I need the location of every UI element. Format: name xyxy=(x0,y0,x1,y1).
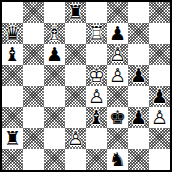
square-g5[interactable]: ♟ xyxy=(128,65,149,86)
square-h1[interactable] xyxy=(149,149,170,170)
black-bishop-e3[interactable]: ♝ xyxy=(86,107,107,128)
square-g7[interactable] xyxy=(128,23,149,44)
square-a1[interactable] xyxy=(2,149,23,170)
chess-board: ♜♛♝♗♜♖♟♝♟♟♙♚♔♟♙♟♟♙♟♝♚♟♟♙♜♟♙♞ xyxy=(0,0,172,172)
square-h2[interactable] xyxy=(149,128,170,149)
square-f6[interactable]: ♟♙ xyxy=(107,44,128,65)
square-g4[interactable] xyxy=(128,86,149,107)
square-c6[interactable]: ♟ xyxy=(44,44,65,65)
square-f7[interactable]: ♟ xyxy=(107,23,128,44)
black-bishop-a6[interactable]: ♝ xyxy=(2,44,23,65)
black-piece-glyph: ♝ xyxy=(2,44,23,65)
black-piece-glyph: ♝ xyxy=(86,107,107,128)
black-piece-glyph: ♟ xyxy=(44,44,65,65)
white-piece-outline: ♙ xyxy=(107,44,128,65)
square-a5[interactable] xyxy=(2,65,23,86)
white-piece-outline: ♗ xyxy=(44,23,65,44)
black-piece-glyph: ♟ xyxy=(149,86,170,107)
square-f3[interactable]: ♚ xyxy=(107,107,128,128)
square-c1[interactable] xyxy=(44,149,65,170)
white-pawn-h3[interactable]: ♟♙ xyxy=(149,107,170,128)
square-h3[interactable]: ♟♙ xyxy=(149,107,170,128)
white-pawn-f5[interactable]: ♟♙ xyxy=(107,65,128,86)
square-h8[interactable] xyxy=(149,2,170,23)
black-rook-a2[interactable]: ♜ xyxy=(2,128,23,149)
square-e8[interactable] xyxy=(86,2,107,23)
white-pawn-d2[interactable]: ♟♙ xyxy=(65,128,86,149)
black-piece-glyph: ♞ xyxy=(107,149,128,170)
black-piece-glyph: ♟ xyxy=(128,65,149,86)
square-a6[interactable]: ♝ xyxy=(2,44,23,65)
square-d6[interactable] xyxy=(65,44,86,65)
square-d4[interactable] xyxy=(65,86,86,107)
square-a8[interactable] xyxy=(2,2,23,23)
square-d8[interactable]: ♜ xyxy=(65,2,86,23)
square-d5[interactable] xyxy=(65,65,86,86)
square-c8[interactable] xyxy=(44,2,65,23)
square-h7[interactable] xyxy=(149,23,170,44)
white-piece-outline: ♔ xyxy=(86,65,107,86)
black-piece-glyph: ♟ xyxy=(107,23,128,44)
white-piece-outline: ♙ xyxy=(107,65,128,86)
square-c7[interactable]: ♝♗ xyxy=(44,23,65,44)
square-b4[interactable] xyxy=(23,86,44,107)
square-e1[interactable] xyxy=(86,149,107,170)
black-knight-f1[interactable]: ♞ xyxy=(107,149,128,170)
square-e5[interactable]: ♚♔ xyxy=(86,65,107,86)
square-b2[interactable] xyxy=(23,128,44,149)
square-a4[interactable] xyxy=(2,86,23,107)
black-piece-glyph: ♛ xyxy=(2,23,23,44)
black-piece-glyph: ♚ xyxy=(107,107,128,128)
square-a2[interactable]: ♜ xyxy=(2,128,23,149)
square-f2[interactable] xyxy=(107,128,128,149)
black-pawn-g5[interactable]: ♟ xyxy=(128,65,149,86)
white-bishop-c7[interactable]: ♝♗ xyxy=(44,23,65,44)
square-b1[interactable] xyxy=(23,149,44,170)
square-c2[interactable] xyxy=(44,128,65,149)
square-d1[interactable] xyxy=(65,149,86,170)
black-piece-glyph: ♜ xyxy=(65,2,86,23)
square-g2[interactable] xyxy=(128,128,149,149)
square-g3[interactable]: ♟ xyxy=(128,107,149,128)
black-pawn-c6[interactable]: ♟ xyxy=(44,44,65,65)
square-b8[interactable] xyxy=(23,2,44,23)
square-d7[interactable] xyxy=(65,23,86,44)
white-piece-outline: ♙ xyxy=(65,128,86,149)
black-pawn-f7[interactable]: ♟ xyxy=(107,23,128,44)
white-king-e5[interactable]: ♚♔ xyxy=(86,65,107,86)
white-pawn-e4[interactable]: ♟♙ xyxy=(86,86,107,107)
square-f1[interactable]: ♞ xyxy=(107,149,128,170)
square-h4[interactable]: ♟ xyxy=(149,86,170,107)
square-g6[interactable] xyxy=(128,44,149,65)
square-f8[interactable] xyxy=(107,2,128,23)
black-queen-a7[interactable]: ♛ xyxy=(2,23,23,44)
square-e3[interactable]: ♝ xyxy=(86,107,107,128)
square-e2[interactable] xyxy=(86,128,107,149)
square-c3[interactable] xyxy=(44,107,65,128)
white-pawn-f6[interactable]: ♟♙ xyxy=(107,44,128,65)
white-piece-outline: ♙ xyxy=(86,86,107,107)
square-g8[interactable] xyxy=(128,2,149,23)
square-d3[interactable] xyxy=(65,107,86,128)
black-pawn-h4[interactable]: ♟ xyxy=(149,86,170,107)
black-king-f3[interactable]: ♚ xyxy=(107,107,128,128)
square-d2[interactable]: ♟♙ xyxy=(65,128,86,149)
black-pawn-g3[interactable]: ♟ xyxy=(128,107,149,128)
square-h5[interactable] xyxy=(149,65,170,86)
square-b7[interactable] xyxy=(23,23,44,44)
black-piece-glyph: ♟ xyxy=(128,107,149,128)
square-b5[interactable] xyxy=(23,65,44,86)
white-piece-outline: ♖ xyxy=(86,23,107,44)
square-h6[interactable] xyxy=(149,44,170,65)
square-e4[interactable]: ♟♙ xyxy=(86,86,107,107)
square-e7[interactable]: ♜♖ xyxy=(86,23,107,44)
square-b3[interactable] xyxy=(23,107,44,128)
black-piece-glyph: ♜ xyxy=(2,128,23,149)
square-f5[interactable]: ♟♙ xyxy=(107,65,128,86)
chess-diagram: ♜♛♝♗♜♖♟♝♟♟♙♚♔♟♙♟♟♙♟♝♚♟♟♙♜♟♙♞ xyxy=(0,0,172,172)
square-a3[interactable] xyxy=(2,107,23,128)
square-b6[interactable] xyxy=(23,44,44,65)
square-c4[interactable] xyxy=(44,86,65,107)
square-e6[interactable] xyxy=(86,44,107,65)
black-rook-d8[interactable]: ♜ xyxy=(65,2,86,23)
square-f4[interactable] xyxy=(107,86,128,107)
square-a7[interactable]: ♛ xyxy=(2,23,23,44)
white-rook-e7[interactable]: ♜♖ xyxy=(86,23,107,44)
white-piece-outline: ♙ xyxy=(149,107,170,128)
square-g1[interactable] xyxy=(128,149,149,170)
square-c5[interactable] xyxy=(44,65,65,86)
